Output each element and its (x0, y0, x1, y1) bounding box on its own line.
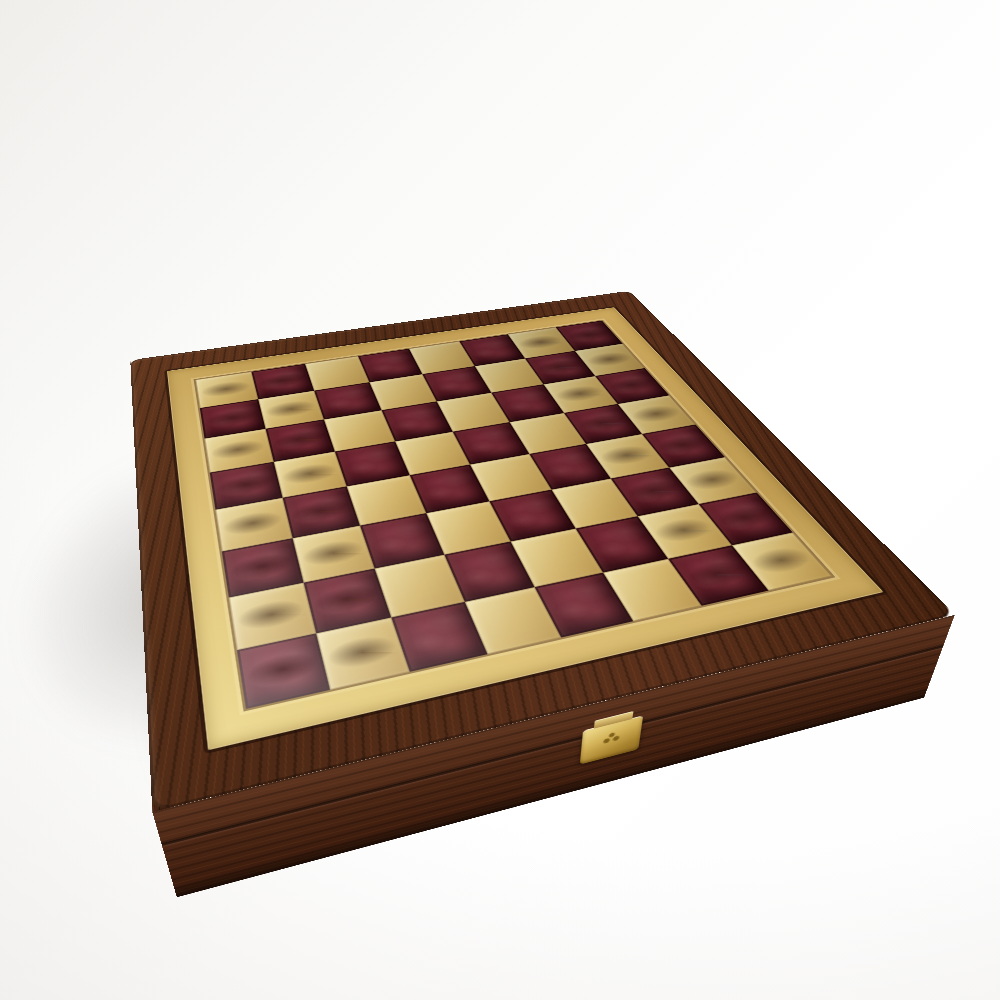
clasp (580, 715, 643, 764)
gold-rook-glyph: ♜ (229, 538, 336, 680)
chess-set-scene: ♜♟♟♜♞♟♟♞♝♟♟♝♛♟♟♛♚♟♟♚♝♟♟♝♞♟♟♞♜♟♟♜ (150, 145, 790, 785)
silver-pawn-glyph: ♟ (677, 478, 757, 584)
clasp-emblem-icon (601, 730, 621, 745)
photo-stage: ♜♟♟♜♞♟♟♞♝♟♟♝♛♟♟♛♚♟♟♚♝♟♟♝♞♟♟♞♜♟♟♜ (0, 0, 1000, 1000)
